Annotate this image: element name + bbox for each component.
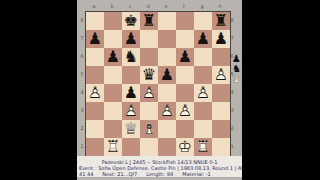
square-e2[interactable] bbox=[158, 120, 176, 138]
piece-black-pawn-g7[interactable]: ♟ bbox=[194, 30, 212, 48]
piece-outline: ♙ bbox=[140, 83, 158, 101]
square-a6[interactable] bbox=[86, 48, 104, 66]
square-h6[interactable] bbox=[212, 48, 230, 66]
piece-white-king-f1[interactable]: ♚♔ bbox=[176, 138, 194, 156]
piece-black-pawn-b6[interactable]: ♟ bbox=[104, 48, 122, 66]
piece-glyph: ♟ bbox=[104, 47, 122, 65]
square-h2[interactable] bbox=[212, 120, 230, 138]
piece-outline: ♕ bbox=[122, 119, 140, 137]
piece-white-pawn-f3[interactable]: ♟♙ bbox=[176, 102, 194, 120]
piece-outline: ♙ bbox=[122, 101, 140, 119]
piece-glyph: ♟ bbox=[122, 83, 140, 101]
square-f8[interactable] bbox=[176, 12, 194, 30]
square-b6[interactable]: ♟ bbox=[104, 48, 122, 66]
file-label-b: b bbox=[103, 3, 121, 10]
square-d5[interactable]: ♛ bbox=[140, 66, 158, 84]
piece-black-rook-d8[interactable]: ♜ bbox=[140, 12, 158, 30]
square-c7[interactable]: ♟ bbox=[122, 30, 140, 48]
piece-black-pawn-a7[interactable]: ♟ bbox=[86, 30, 104, 48]
square-f2[interactable] bbox=[176, 120, 194, 138]
square-b4[interactable] bbox=[104, 84, 122, 102]
square-b8[interactable] bbox=[104, 12, 122, 30]
square-e7[interactable] bbox=[158, 30, 176, 48]
square-f5[interactable] bbox=[176, 66, 194, 84]
square-c6[interactable]: ♞ bbox=[122, 48, 140, 66]
piece-glyph: ♛ bbox=[140, 65, 158, 83]
square-g4[interactable]: ♟♙ bbox=[194, 84, 212, 102]
piece-outline: ♖ bbox=[194, 137, 212, 155]
square-f3[interactable]: ♟♙ bbox=[176, 102, 194, 120]
piece-black-pawn-f6[interactable]: ♟ bbox=[176, 48, 194, 66]
square-g3[interactable] bbox=[194, 102, 212, 120]
square-e1[interactable] bbox=[158, 138, 176, 156]
piece-white-rook-b1[interactable]: ♜♖ bbox=[104, 138, 122, 156]
square-g5[interactable] bbox=[194, 66, 212, 84]
file-label-d: d bbox=[139, 3, 157, 10]
square-h5[interactable]: ♟♙ bbox=[212, 66, 230, 84]
piece-black-rook-h8[interactable]: ♜ bbox=[212, 12, 230, 30]
material-tray: ♟♞♝ bbox=[231, 54, 242, 84]
piece-outline: ♗ bbox=[140, 119, 158, 137]
material-count: Material: -1 bbox=[182, 172, 211, 177]
piece-glyph: ♟ bbox=[158, 65, 176, 83]
file-label-f: f bbox=[175, 3, 193, 10]
piece-black-pawn-e5[interactable]: ♟ bbox=[158, 66, 176, 84]
piece-glyph: ♚ bbox=[122, 11, 140, 29]
square-f6[interactable]: ♟ bbox=[176, 48, 194, 66]
piece-white-rook-g1[interactable]: ♜♖ bbox=[194, 138, 212, 156]
square-b2[interactable] bbox=[104, 120, 122, 138]
chess-board[interactable]: ♚♜♜♟♟♟♟♟♞♟♛♟♟♙♟♙♟♟♙♟♙♟♙♟♙♟♙♛♕♝♗♜♖♚♔♜♖ bbox=[85, 11, 231, 157]
square-c2[interactable]: ♛♕ bbox=[122, 120, 140, 138]
square-f4[interactable] bbox=[176, 84, 194, 102]
piece-outline: ♙ bbox=[158, 101, 176, 119]
piece-glyph: ♟ bbox=[86, 29, 104, 47]
square-d2[interactable]: ♝♗ bbox=[140, 120, 158, 138]
file-labels-top: abcdefgh bbox=[85, 3, 229, 10]
file-label-e: e bbox=[157, 3, 175, 10]
piece-white-pawn-e3[interactable]: ♟♙ bbox=[158, 102, 176, 120]
square-g7[interactable]: ♟ bbox=[194, 30, 212, 48]
piece-outline: ♙ bbox=[86, 83, 104, 101]
piece-black-king-c8[interactable]: ♚ bbox=[122, 12, 140, 30]
piece-glyph: ♟ bbox=[194, 29, 212, 47]
square-g6[interactable] bbox=[194, 48, 212, 66]
square-d6[interactable] bbox=[140, 48, 158, 66]
square-c3[interactable]: ♟♙ bbox=[122, 102, 140, 120]
file-label-h: h bbox=[211, 3, 229, 10]
file-label-a: a bbox=[85, 3, 103, 10]
square-d1[interactable] bbox=[140, 138, 158, 156]
square-g8[interactable] bbox=[194, 12, 212, 30]
square-a5[interactable] bbox=[86, 66, 104, 84]
piece-glyph: ♞ bbox=[122, 47, 140, 65]
piece-black-pawn-c7[interactable]: ♟ bbox=[122, 30, 140, 48]
piece-white-pawn-c3[interactable]: ♟♙ bbox=[122, 102, 140, 120]
piece-black-pawn-h7[interactable]: ♟ bbox=[212, 30, 230, 48]
game-length: Length: 99 bbox=[146, 172, 173, 177]
file-label-c: c bbox=[121, 3, 139, 10]
square-h7[interactable]: ♟ bbox=[212, 30, 230, 48]
caption-strip: Padevski L J 2445 -- StockFish 14/13 NNU… bbox=[77, 156, 242, 177]
square-h3[interactable] bbox=[212, 102, 230, 120]
piece-glyph: ♜ bbox=[212, 11, 230, 29]
square-c8[interactable]: ♚ bbox=[122, 12, 140, 30]
piece-glyph: ♟ bbox=[212, 29, 230, 47]
square-a3[interactable] bbox=[86, 102, 104, 120]
square-e3[interactable]: ♟♙ bbox=[158, 102, 176, 120]
piece-white-pawn-g4[interactable]: ♟♙ bbox=[194, 84, 212, 102]
square-a2[interactable] bbox=[86, 120, 104, 138]
piece-white-pawn-a4[interactable]: ♟♙ bbox=[86, 84, 104, 102]
piece-white-pawn-d4[interactable]: ♟♙ bbox=[140, 84, 158, 102]
square-h1[interactable] bbox=[212, 138, 230, 156]
square-b7[interactable] bbox=[104, 30, 122, 48]
piece-outline: ♙ bbox=[212, 65, 230, 83]
piece-glyph: ♟ bbox=[122, 29, 140, 47]
piece-black-knight-c6[interactable]: ♞ bbox=[122, 48, 140, 66]
square-e6[interactable] bbox=[158, 48, 176, 66]
piece-black-pawn-c4[interactable]: ♟ bbox=[122, 84, 140, 102]
piece-white-queen-c2[interactable]: ♛♕ bbox=[122, 120, 140, 138]
square-f7[interactable] bbox=[176, 30, 194, 48]
square-a8[interactable] bbox=[86, 12, 104, 30]
file-label-g: g bbox=[193, 3, 211, 10]
piece-outline: ♙ bbox=[194, 83, 212, 101]
square-b1[interactable]: ♜♖ bbox=[104, 138, 122, 156]
square-b3[interactable] bbox=[104, 102, 122, 120]
square-d3[interactable] bbox=[140, 102, 158, 120]
piece-black-queen-d5[interactable]: ♛ bbox=[140, 66, 158, 84]
piece-white-bishop-d2[interactable]: ♝♗ bbox=[140, 120, 158, 138]
square-e8[interactable] bbox=[158, 12, 176, 30]
square-g2[interactable] bbox=[194, 120, 212, 138]
square-c5[interactable] bbox=[122, 66, 140, 84]
square-d7[interactable] bbox=[140, 30, 158, 48]
piece-outline: ♔ bbox=[176, 137, 194, 155]
square-c4[interactable]: ♟ bbox=[122, 84, 140, 102]
square-g1[interactable]: ♜♖ bbox=[194, 138, 212, 156]
square-a4[interactable]: ♟♙ bbox=[86, 84, 104, 102]
square-h8[interactable]: ♜ bbox=[212, 12, 230, 30]
square-b5[interactable] bbox=[104, 66, 122, 84]
white-bishop-icon: ♝ bbox=[231, 74, 242, 84]
piece-glyph: ♜ bbox=[140, 11, 158, 29]
piece-glyph: ♟ bbox=[176, 47, 194, 65]
square-f1[interactable]: ♚♔ bbox=[176, 138, 194, 156]
square-e4[interactable] bbox=[158, 84, 176, 102]
piece-white-pawn-h5[interactable]: ♟♙ bbox=[212, 66, 230, 84]
square-c1[interactable] bbox=[122, 138, 140, 156]
square-d8[interactable]: ♜ bbox=[140, 12, 158, 30]
square-d4[interactable]: ♟♙ bbox=[140, 84, 158, 102]
square-a1[interactable] bbox=[86, 138, 104, 156]
square-e5[interactable]: ♟ bbox=[158, 66, 176, 84]
piece-outline: ♙ bbox=[176, 101, 194, 119]
square-a7[interactable]: ♟ bbox=[86, 30, 104, 48]
square-h4[interactable] bbox=[212, 84, 230, 102]
piece-outline: ♖ bbox=[104, 137, 122, 155]
